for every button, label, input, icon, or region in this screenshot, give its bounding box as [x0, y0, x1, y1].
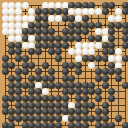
- black-stone[interactable]: [15, 48, 22, 55]
- black-stone[interactable]: [115, 68, 122, 75]
- black-stone[interactable]: [122, 35, 128, 42]
- black-stone[interactable]: [82, 108, 89, 115]
- white-stone[interactable]: [68, 48, 75, 55]
- black-stone[interactable]: [2, 55, 9, 62]
- white-stone[interactable]: [68, 8, 75, 15]
- black-stone[interactable]: [55, 122, 62, 128]
- black-stone[interactable]: [28, 115, 35, 122]
- white-stone[interactable]: [108, 15, 115, 22]
- black-stone[interactable]: [62, 42, 69, 49]
- black-stone[interactable]: [2, 68, 9, 75]
- black-stone[interactable]: [35, 88, 42, 95]
- black-stone[interactable]: [68, 35, 75, 42]
- black-stone[interactable]: [35, 95, 42, 102]
- black-stone[interactable]: [108, 28, 115, 35]
- black-stone[interactable]: [28, 95, 35, 102]
- black-stone[interactable]: [75, 88, 82, 95]
- white-stone[interactable]: [75, 15, 82, 22]
- black-stone[interactable]: [95, 68, 102, 75]
- black-stone[interactable]: [15, 55, 22, 62]
- star-point: [104, 64, 106, 66]
- white-stone[interactable]: [88, 48, 95, 55]
- black-stone[interactable]: [122, 8, 128, 15]
- black-stone[interactable]: [68, 115, 75, 122]
- black-stone[interactable]: [68, 15, 75, 22]
- black-stone[interactable]: [122, 28, 128, 35]
- black-stone[interactable]: [75, 95, 82, 102]
- black-stone[interactable]: [28, 108, 35, 115]
- white-stone[interactable]: [115, 48, 122, 55]
- black-stone[interactable]: [15, 68, 22, 75]
- black-stone[interactable]: [35, 28, 42, 35]
- black-stone[interactable]: [48, 35, 55, 42]
- black-stone[interactable]: [108, 95, 115, 102]
- black-stone[interactable]: [82, 28, 89, 35]
- white-stone[interactable]: [15, 35, 22, 42]
- black-stone[interactable]: [75, 122, 82, 128]
- black-stone[interactable]: [8, 122, 15, 128]
- black-stone[interactable]: [15, 75, 22, 82]
- black-stone[interactable]: [122, 122, 128, 128]
- star-point: [64, 24, 66, 26]
- black-stone[interactable]: [95, 95, 102, 102]
- black-stone[interactable]: [115, 75, 122, 82]
- black-stone[interactable]: [15, 95, 22, 102]
- black-stone[interactable]: [8, 95, 15, 102]
- black-stone[interactable]: [8, 62, 15, 69]
- black-stone[interactable]: [48, 28, 55, 35]
- black-stone[interactable]: [48, 115, 55, 122]
- white-stone[interactable]: [15, 15, 22, 22]
- black-stone[interactable]: [68, 108, 75, 115]
- black-stone[interactable]: [88, 102, 95, 109]
- white-stone[interactable]: [22, 2, 29, 9]
- black-stone[interactable]: [95, 88, 102, 95]
- black-stone[interactable]: [95, 75, 102, 82]
- white-stone[interactable]: [95, 8, 102, 15]
- black-stone[interactable]: [28, 28, 35, 35]
- black-stone[interactable]: [35, 48, 42, 55]
- white-stone[interactable]: [88, 8, 95, 15]
- go-board[interactable]: [0, 0, 128, 128]
- black-stone[interactable]: [8, 108, 15, 115]
- white-stone[interactable]: [8, 15, 15, 22]
- black-stone[interactable]: [48, 122, 55, 128]
- white-stone[interactable]: [108, 55, 115, 62]
- black-stone[interactable]: [75, 108, 82, 115]
- black-stone[interactable]: [95, 55, 102, 62]
- white-stone[interactable]: [15, 28, 22, 35]
- black-stone[interactable]: [8, 88, 15, 95]
- black-stone[interactable]: [68, 75, 75, 82]
- black-stone[interactable]: [68, 62, 75, 69]
- black-stone[interactable]: [68, 122, 75, 128]
- black-stone[interactable]: [82, 122, 89, 128]
- black-stone[interactable]: [68, 28, 75, 35]
- black-stone[interactable]: [88, 88, 95, 95]
- black-stone[interactable]: [68, 88, 75, 95]
- black-stone[interactable]: [88, 55, 95, 62]
- black-stone[interactable]: [28, 122, 35, 128]
- black-stone[interactable]: [55, 35, 62, 42]
- white-stone[interactable]: [115, 8, 122, 15]
- white-stone[interactable]: [8, 8, 15, 15]
- star-point: [104, 24, 106, 26]
- black-stone[interactable]: [108, 48, 115, 55]
- black-stone[interactable]: [22, 55, 29, 62]
- white-stone[interactable]: [42, 88, 49, 95]
- black-stone[interactable]: [102, 108, 109, 115]
- white-stone[interactable]: [115, 15, 122, 22]
- black-stone[interactable]: [28, 88, 35, 95]
- black-stone[interactable]: [102, 115, 109, 122]
- white-stone[interactable]: [48, 15, 55, 22]
- black-stone[interactable]: [102, 75, 109, 82]
- black-stone[interactable]: [8, 75, 15, 82]
- black-stone[interactable]: [55, 48, 62, 55]
- white-stone[interactable]: [8, 35, 15, 42]
- black-stone[interactable]: [48, 8, 55, 15]
- white-stone[interactable]: [95, 28, 102, 35]
- black-stone[interactable]: [28, 62, 35, 69]
- black-stone[interactable]: [42, 62, 49, 69]
- black-stone[interactable]: [35, 8, 42, 15]
- black-stone[interactable]: [35, 75, 42, 82]
- white-stone[interactable]: [115, 55, 122, 62]
- black-stone[interactable]: [62, 68, 69, 75]
- black-stone[interactable]: [88, 22, 95, 29]
- black-stone[interactable]: [35, 68, 42, 75]
- black-stone[interactable]: [82, 95, 89, 102]
- black-stone[interactable]: [28, 75, 35, 82]
- white-stone[interactable]: [8, 28, 15, 35]
- black-stone[interactable]: [48, 75, 55, 82]
- black-stone[interactable]: [75, 115, 82, 122]
- black-stone[interactable]: [62, 95, 69, 102]
- black-stone[interactable]: [95, 115, 102, 122]
- white-stone[interactable]: [15, 8, 22, 15]
- black-stone[interactable]: [35, 15, 42, 22]
- black-stone[interactable]: [48, 68, 55, 75]
- black-stone[interactable]: [8, 115, 15, 122]
- black-stone[interactable]: [122, 55, 128, 62]
- black-stone[interactable]: [15, 88, 22, 95]
- black-stone[interactable]: [35, 115, 42, 122]
- black-stone[interactable]: [108, 2, 115, 9]
- white-stone[interactable]: [75, 8, 82, 15]
- black-stone[interactable]: [35, 35, 42, 42]
- black-stone[interactable]: [75, 28, 82, 35]
- white-stone[interactable]: [88, 62, 95, 69]
- black-stone[interactable]: [48, 82, 55, 89]
- black-stone[interactable]: [8, 48, 15, 55]
- white-stone[interactable]: [75, 55, 82, 62]
- white-stone[interactable]: [28, 8, 35, 15]
- black-stone[interactable]: [108, 122, 115, 128]
- black-stone[interactable]: [108, 35, 115, 42]
- black-stone[interactable]: [55, 108, 62, 115]
- black-stone[interactable]: [28, 48, 35, 55]
- black-stone[interactable]: [55, 115, 62, 122]
- white-stone[interactable]: [75, 48, 82, 55]
- black-stone[interactable]: [88, 115, 95, 122]
- black-stone[interactable]: [122, 82, 128, 89]
- black-stone[interactable]: [15, 108, 22, 115]
- black-stone[interactable]: [95, 35, 102, 42]
- black-stone[interactable]: [48, 108, 55, 115]
- black-stone[interactable]: [102, 8, 109, 15]
- black-stone[interactable]: [35, 122, 42, 128]
- black-stone[interactable]: [15, 115, 22, 122]
- black-stone[interactable]: [55, 82, 62, 89]
- white-stone[interactable]: [28, 15, 35, 22]
- black-stone[interactable]: [48, 48, 55, 55]
- black-stone[interactable]: [115, 22, 122, 29]
- black-stone[interactable]: [55, 55, 62, 62]
- screenshot: [0, 0, 128, 128]
- white-stone[interactable]: [95, 42, 102, 49]
- black-stone[interactable]: [88, 35, 95, 42]
- black-stone[interactable]: [48, 95, 55, 102]
- black-stone[interactable]: [122, 42, 128, 49]
- black-stone[interactable]: [102, 82, 109, 89]
- black-stone[interactable]: [82, 15, 89, 22]
- black-stone[interactable]: [75, 68, 82, 75]
- black-stone[interactable]: [22, 68, 29, 75]
- black-stone[interactable]: [35, 108, 42, 115]
- black-stone[interactable]: [55, 95, 62, 102]
- black-stone[interactable]: [108, 68, 115, 75]
- black-stone[interactable]: [95, 122, 102, 128]
- white-stone[interactable]: [55, 15, 62, 22]
- black-stone[interactable]: [108, 88, 115, 95]
- white-stone[interactable]: [28, 35, 35, 42]
- black-stone[interactable]: [95, 108, 102, 115]
- black-stone[interactable]: [115, 115, 122, 122]
- black-stone[interactable]: [55, 8, 62, 15]
- black-stone[interactable]: [75, 35, 82, 42]
